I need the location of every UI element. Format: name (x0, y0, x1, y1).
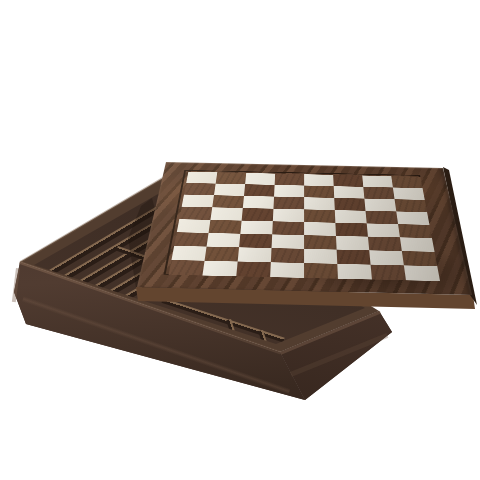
square-a6 (182, 195, 214, 208)
square-h8 (391, 176, 422, 188)
square-a8 (186, 172, 217, 184)
square-h5 (396, 211, 429, 224)
square-g6 (364, 199, 396, 212)
square-g2 (369, 250, 404, 265)
square-b1 (202, 261, 237, 277)
square-b8 (216, 172, 247, 184)
square-c2 (238, 247, 272, 262)
square-b2 (205, 247, 239, 262)
square-e5 (304, 209, 335, 222)
square-a2 (171, 246, 206, 261)
square-h2 (402, 251, 437, 266)
square-e8 (304, 174, 334, 186)
square-g4 (367, 223, 400, 237)
square-h4 (398, 224, 432, 238)
square-e3 (304, 235, 337, 249)
square-e6 (304, 197, 335, 210)
square-g7 (363, 187, 394, 199)
square-h3 (400, 237, 435, 251)
square-a5 (179, 207, 212, 220)
square-f4 (335, 223, 368, 237)
square-c4 (240, 221, 272, 235)
board-top-face (137, 162, 472, 295)
square-f8 (333, 175, 363, 187)
square-a7 (184, 183, 216, 195)
square-h7 (393, 187, 425, 199)
square-d2 (271, 248, 304, 263)
square-d8 (275, 174, 305, 186)
square-b3 (207, 233, 241, 247)
square-b7 (214, 184, 245, 196)
square-a3 (174, 232, 208, 246)
square-g5 (366, 211, 399, 224)
square-b4 (209, 220, 242, 234)
square-g8 (362, 176, 393, 188)
square-c7 (244, 184, 275, 196)
square-d1 (270, 262, 304, 278)
square-d3 (272, 234, 305, 248)
square-f3 (336, 236, 369, 250)
square-e4 (304, 222, 336, 236)
square-b6 (212, 195, 244, 208)
square-e2 (304, 249, 337, 264)
product-photo-scene (0, 0, 480, 480)
square-d7 (274, 185, 304, 197)
square-f1 (337, 264, 372, 280)
square-e1 (304, 263, 338, 279)
square-f7 (334, 186, 365, 198)
square-f2 (337, 250, 371, 265)
square-b5 (210, 207, 242, 220)
square-c8 (245, 173, 275, 185)
square-d5 (273, 209, 304, 222)
square-e7 (304, 186, 334, 198)
square-c6 (243, 196, 274, 209)
square-a1 (169, 260, 205, 276)
square-g3 (368, 237, 402, 251)
checkerboard (169, 172, 440, 281)
square-h1 (404, 265, 440, 281)
square-c1 (236, 262, 271, 278)
square-f6 (334, 198, 365, 211)
square-f5 (335, 210, 367, 223)
square-d4 (272, 221, 304, 235)
square-d6 (273, 197, 304, 210)
square-g1 (371, 265, 406, 281)
square-c5 (242, 208, 274, 221)
square-h6 (395, 199, 428, 212)
square-c3 (239, 234, 272, 248)
square-a4 (177, 219, 211, 233)
